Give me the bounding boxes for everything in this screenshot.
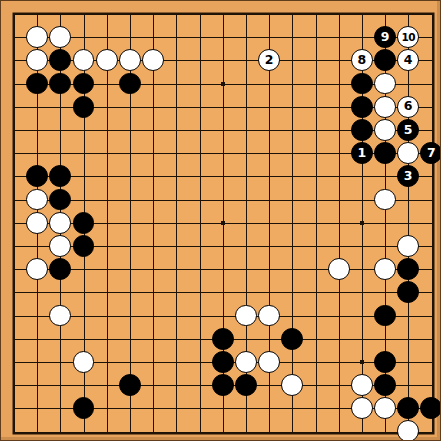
black-stone[interactable] — [73, 212, 95, 234]
black-stone[interactable] — [26, 73, 48, 95]
black-stone[interactable]: 5 — [397, 119, 419, 141]
go-diagram: 91028465173 — [0, 0, 441, 441]
move-number-label: 10 — [401, 32, 414, 43]
black-stone[interactable] — [351, 119, 373, 141]
white-stone[interactable]: 6 — [397, 96, 419, 118]
black-stone[interactable] — [374, 305, 396, 327]
white-stone[interactable] — [49, 305, 71, 327]
white-stone[interactable] — [26, 258, 48, 280]
black-stone[interactable] — [374, 142, 396, 164]
white-stone[interactable] — [351, 397, 373, 419]
black-stone[interactable] — [49, 189, 71, 211]
white-stone[interactable]: 10 — [397, 26, 419, 48]
black-stone[interactable] — [212, 328, 234, 350]
move-number-label: 5 — [404, 124, 413, 137]
white-stone[interactable] — [49, 26, 71, 48]
move-number-label: 9 — [381, 31, 390, 44]
move-number-label: 7 — [427, 147, 436, 160]
black-stone[interactable] — [212, 374, 234, 396]
black-stone[interactable] — [49, 49, 71, 71]
black-stone[interactable] — [374, 374, 396, 396]
black-stone[interactable]: 7 — [420, 142, 441, 164]
white-stone[interactable] — [328, 258, 350, 280]
black-stone[interactable] — [49, 258, 71, 280]
white-stone[interactable] — [26, 189, 48, 211]
black-stone[interactable] — [351, 73, 373, 95]
move-number-label: 3 — [404, 170, 413, 183]
black-stone[interactable] — [397, 397, 419, 419]
white-stone[interactable] — [73, 49, 95, 71]
black-stone[interactable] — [374, 49, 396, 71]
move-number-label: 6 — [404, 100, 413, 113]
white-stone[interactable] — [235, 305, 257, 327]
move-number-label: 8 — [357, 54, 366, 67]
black-stone[interactable] — [73, 397, 95, 419]
white-stone[interactable] — [26, 49, 48, 71]
white-stone[interactable] — [397, 420, 419, 441]
white-stone[interactable] — [397, 235, 419, 257]
white-stone[interactable] — [281, 374, 303, 396]
white-stone[interactable] — [73, 351, 95, 373]
white-stone[interactable] — [26, 212, 48, 234]
black-stone[interactable] — [73, 96, 95, 118]
white-stone[interactable] — [397, 142, 419, 164]
white-stone[interactable] — [374, 397, 396, 419]
black-stone[interactable] — [73, 73, 95, 95]
black-stone[interactable] — [235, 374, 257, 396]
black-stone[interactable]: 1 — [351, 142, 373, 164]
white-stone[interactable] — [96, 49, 118, 71]
move-number-label: 1 — [357, 147, 366, 160]
white-stone[interactable]: 4 — [397, 49, 419, 71]
white-stone[interactable] — [119, 49, 141, 71]
white-stone[interactable]: 8 — [351, 49, 373, 71]
black-stone[interactable] — [397, 258, 419, 280]
black-stone[interactable] — [49, 73, 71, 95]
white-stone[interactable] — [374, 189, 396, 211]
white-stone[interactable] — [374, 96, 396, 118]
white-stone[interactable] — [374, 119, 396, 141]
black-stone[interactable] — [119, 73, 141, 95]
go-board[interactable]: 91028465173 — [2, 2, 441, 441]
black-stone[interactable] — [119, 374, 141, 396]
move-number-label: 2 — [265, 54, 274, 67]
black-stone[interactable]: 3 — [397, 165, 419, 187]
black-stone[interactable] — [374, 351, 396, 373]
black-stone[interactable] — [26, 165, 48, 187]
black-stone[interactable]: 9 — [374, 26, 396, 48]
move-number-label: 4 — [404, 54, 413, 67]
white-stone[interactable] — [49, 235, 71, 257]
white-stone[interactable] — [26, 26, 48, 48]
white-stone[interactable] — [142, 49, 164, 71]
white-stone[interactable] — [351, 374, 373, 396]
black-stone[interactable] — [73, 235, 95, 257]
white-stone[interactable] — [235, 351, 257, 373]
white-stone[interactable] — [374, 73, 396, 95]
white-stone[interactable] — [258, 305, 280, 327]
white-stone[interactable] — [258, 351, 280, 373]
black-stone[interactable] — [212, 351, 234, 373]
white-stone[interactable] — [374, 258, 396, 280]
black-stone[interactable] — [281, 328, 303, 350]
black-stone[interactable] — [397, 281, 419, 303]
black-stone[interactable] — [351, 96, 373, 118]
black-stone[interactable] — [420, 397, 441, 419]
black-stone[interactable] — [49, 165, 71, 187]
white-stone[interactable]: 2 — [258, 49, 280, 71]
white-stone[interactable] — [49, 212, 71, 234]
